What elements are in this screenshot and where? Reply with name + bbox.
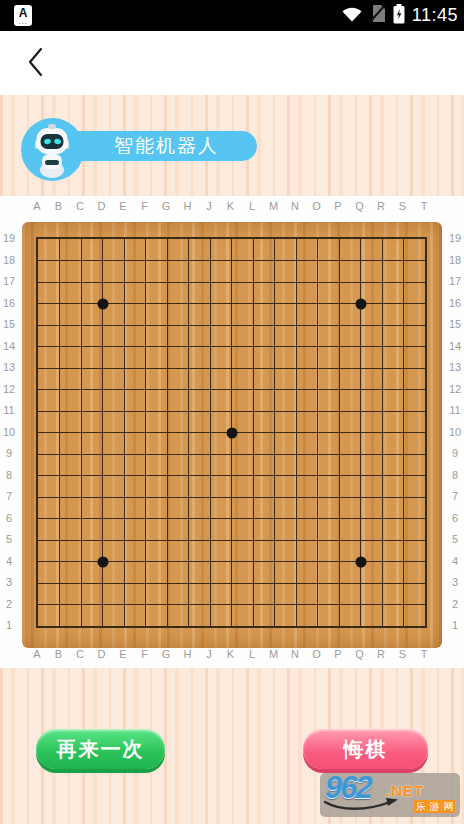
column-label: T bbox=[415, 200, 433, 212]
watermark-site-name: 乐游网 bbox=[414, 800, 455, 813]
row-label: 14 bbox=[446, 340, 464, 352]
column-label: J bbox=[200, 648, 218, 660]
column-label: S bbox=[394, 648, 412, 660]
column-label: E bbox=[114, 200, 132, 212]
row-label: 17 bbox=[446, 275, 464, 287]
row-label: 1 bbox=[446, 619, 464, 631]
column-label: Q bbox=[351, 200, 369, 212]
row-label: 2 bbox=[446, 598, 464, 610]
column-label: E bbox=[114, 648, 132, 660]
row-label: 6 bbox=[446, 512, 464, 524]
battery-charging-icon bbox=[393, 4, 405, 28]
row-label: 9 bbox=[446, 447, 464, 459]
watermark-char: 游 bbox=[428, 800, 441, 813]
board-grid[interactable] bbox=[36, 237, 427, 628]
grid-line bbox=[274, 238, 275, 627]
star-point bbox=[355, 556, 366, 567]
go-board bbox=[22, 222, 442, 648]
undo-button[interactable]: 悔棋 bbox=[303, 729, 428, 769]
row-label: 16 bbox=[446, 297, 464, 309]
grid-line bbox=[339, 238, 340, 627]
row-label: 4 bbox=[446, 555, 464, 567]
grid-line bbox=[360, 238, 361, 627]
row-label: 12 bbox=[0, 383, 18, 395]
row-label: 8 bbox=[0, 469, 18, 481]
no-sim-icon bbox=[369, 4, 386, 27]
row-label: 16 bbox=[0, 297, 18, 309]
board-section: AABBCCDDEEFFGGHHJJKKLLMMNNOOPPQQRRSSTT19… bbox=[0, 196, 464, 668]
column-label: O bbox=[308, 200, 326, 212]
column-label: P bbox=[329, 648, 347, 660]
column-label: L bbox=[243, 200, 261, 212]
row-label: 7 bbox=[0, 490, 18, 502]
grid-line bbox=[37, 497, 426, 498]
column-label: A bbox=[28, 648, 46, 660]
grid-line bbox=[37, 604, 426, 605]
column-label: J bbox=[200, 200, 218, 212]
row-label: 19 bbox=[446, 232, 464, 244]
row-label: 6 bbox=[0, 512, 18, 524]
row-label: 10 bbox=[446, 426, 464, 438]
column-label: K bbox=[222, 648, 240, 660]
row-label: 13 bbox=[0, 361, 18, 373]
column-label: T bbox=[415, 648, 433, 660]
row-label: 18 bbox=[0, 254, 18, 266]
row-label: 3 bbox=[0, 576, 18, 588]
grid-line bbox=[317, 238, 318, 627]
row-label: 11 bbox=[0, 404, 18, 416]
grid-line bbox=[37, 583, 426, 584]
column-label: D bbox=[93, 200, 111, 212]
row-label: 15 bbox=[0, 318, 18, 330]
wifi-icon bbox=[342, 6, 362, 26]
grid-line bbox=[37, 475, 426, 476]
row-label: 12 bbox=[446, 383, 464, 395]
star-point bbox=[226, 427, 237, 438]
column-label: C bbox=[71, 648, 89, 660]
header bbox=[0, 31, 464, 95]
chevron-left-icon bbox=[27, 46, 45, 82]
input-method-icon: A ... bbox=[14, 5, 32, 26]
column-label: K bbox=[222, 200, 240, 212]
watermark-char: 网 bbox=[442, 800, 455, 813]
row-label: 11 bbox=[446, 404, 464, 416]
column-label: P bbox=[329, 200, 347, 212]
row-label: 4 bbox=[0, 555, 18, 567]
column-label: B bbox=[50, 200, 68, 212]
column-label: H bbox=[179, 648, 197, 660]
column-label: M bbox=[265, 200, 283, 212]
column-label: F bbox=[136, 200, 154, 212]
watermark: 962 .NET 乐游网 bbox=[320, 773, 460, 817]
grid-line bbox=[37, 561, 426, 562]
column-label: C bbox=[71, 200, 89, 212]
grid-line bbox=[37, 454, 426, 455]
row-label: 8 bbox=[446, 469, 464, 481]
column-label: B bbox=[50, 648, 68, 660]
grid-line bbox=[403, 238, 404, 627]
watermark-char: 乐 bbox=[414, 800, 427, 813]
column-label: N bbox=[286, 200, 304, 212]
robot-avatar-icon bbox=[21, 118, 84, 181]
column-label: F bbox=[136, 648, 154, 660]
grid-line bbox=[37, 540, 426, 541]
row-label: 17 bbox=[0, 275, 18, 287]
row-label: 10 bbox=[0, 426, 18, 438]
row-label: 15 bbox=[446, 318, 464, 330]
star-point bbox=[355, 298, 366, 309]
status-time: 11:45 bbox=[412, 5, 458, 26]
row-label: 3 bbox=[446, 576, 464, 588]
row-label: 1 bbox=[0, 619, 18, 631]
column-label: N bbox=[286, 648, 304, 660]
row-label: 9 bbox=[0, 447, 18, 459]
row-label: 13 bbox=[446, 361, 464, 373]
column-label: H bbox=[179, 200, 197, 212]
input-method-dots: ... bbox=[19, 19, 28, 24]
column-label: S bbox=[394, 200, 412, 212]
column-label: Q bbox=[351, 648, 369, 660]
grid-line bbox=[37, 518, 426, 519]
row-label: 5 bbox=[446, 533, 464, 545]
opponent-name: 智能机器人 bbox=[88, 133, 219, 159]
column-label: A bbox=[28, 200, 46, 212]
status-bar: A ... 11:45 bbox=[0, 0, 464, 31]
column-label: D bbox=[93, 648, 111, 660]
star-point bbox=[97, 298, 108, 309]
grid-line bbox=[296, 238, 297, 627]
grid-line bbox=[253, 238, 254, 627]
star-point bbox=[97, 556, 108, 567]
column-label: G bbox=[157, 200, 175, 212]
row-label: 7 bbox=[446, 490, 464, 502]
column-label: R bbox=[372, 648, 390, 660]
row-label: 5 bbox=[0, 533, 18, 545]
back-button[interactable] bbox=[18, 45, 54, 83]
column-label: M bbox=[265, 648, 283, 660]
grid-line bbox=[382, 238, 383, 627]
row-label: 14 bbox=[0, 340, 18, 352]
play-again-button[interactable]: 再来一次 bbox=[36, 729, 165, 769]
row-label: 2 bbox=[0, 598, 18, 610]
row-label: 18 bbox=[446, 254, 464, 266]
watermark-swoosh-icon bbox=[322, 796, 400, 816]
column-label: R bbox=[372, 200, 390, 212]
column-label: L bbox=[243, 648, 261, 660]
row-label: 19 bbox=[0, 232, 18, 244]
screen: A ... 11:45 智能机器人 bbox=[0, 0, 464, 824]
column-label: G bbox=[157, 648, 175, 660]
column-label: O bbox=[308, 648, 326, 660]
